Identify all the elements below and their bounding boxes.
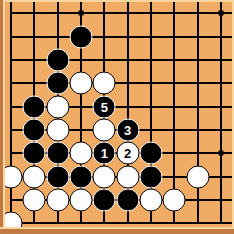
board-frame [0,0,234,234]
frame-top-highlight [0,0,234,2]
frame-right-highlight [232,0,234,234]
frame-bottom-shadow [0,229,234,234]
go-board: 5312 [0,0,234,234]
frame-left-highlight [3,0,5,234]
